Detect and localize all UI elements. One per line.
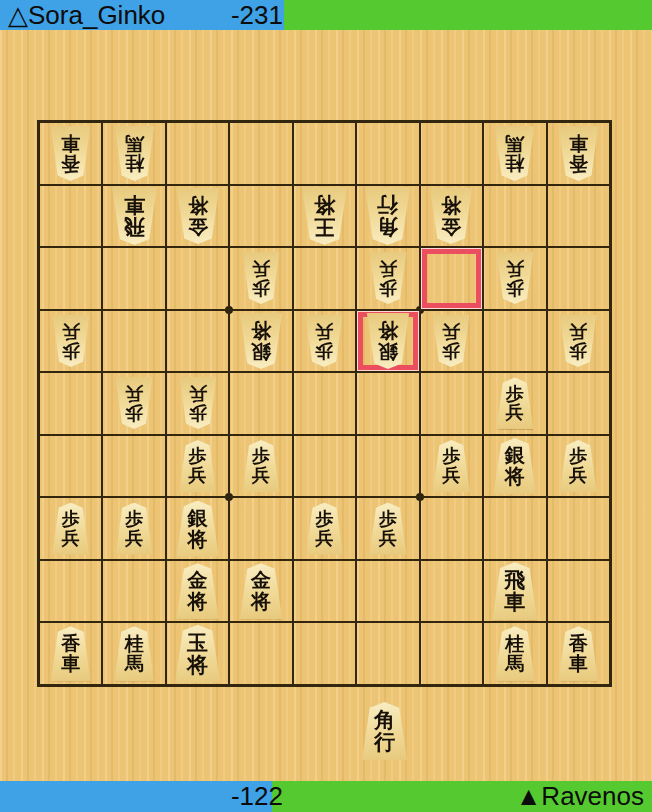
- piece-kanji: 桂: [125, 153, 144, 173]
- board-cell-r7-c2[interactable]: 歩兵: [102, 497, 165, 560]
- piece-kanji: 角: [377, 216, 398, 238]
- piece-kanji: 馬: [125, 654, 144, 674]
- board-cell-r8-c2[interactable]: [102, 560, 165, 623]
- bottom-eval-score: -122: [180, 781, 283, 811]
- board-cell-r3-c8[interactable]: 歩兵: [483, 247, 546, 310]
- piece-kanji: 歩: [315, 341, 333, 360]
- board-cell-r3-c9[interactable]: [547, 247, 610, 310]
- board-cell-r2-c6[interactable]: 角行: [356, 185, 419, 248]
- board-cell-r8-c9[interactable]: [547, 560, 610, 623]
- piece-gote-gold[interactable]: 金将: [175, 188, 221, 244]
- piece-kanji: 兵: [569, 466, 587, 485]
- piece-kanji: 歩: [252, 278, 270, 297]
- piece-gote-lance[interactable]: 香車: [557, 126, 600, 181]
- piece-kanji: 車: [61, 654, 80, 674]
- board-cell-r8-c3[interactable]: 金将: [166, 560, 229, 623]
- piece-kanji: 兵: [252, 466, 270, 485]
- piece-gote-pawn[interactable]: 歩兵: [178, 377, 218, 429]
- piece-kanji: 王: [314, 216, 335, 238]
- piece-kanji: 銀: [378, 341, 398, 362]
- top-player-bar: △Sora_Ginko -231: [0, 0, 652, 30]
- piece-gote-silver[interactable]: 銀将: [365, 313, 411, 369]
- piece-kanji: 歩: [189, 403, 207, 422]
- board-cell-r7-c6[interactable]: 歩兵: [356, 497, 419, 560]
- board-cell-r8-c4[interactable]: 金将: [229, 560, 292, 623]
- board-cell-r4-c2[interactable]: [102, 310, 165, 373]
- piece-kanji: 行: [377, 194, 398, 216]
- piece-gote-pawn[interactable]: 歩兵: [495, 252, 535, 304]
- piece-sente-lance[interactable]: 香車: [557, 626, 600, 681]
- piece-kanji: 歩: [62, 341, 80, 360]
- board-cell-r6-c7[interactable]: 歩兵: [420, 435, 483, 498]
- piece-kanji: 兵: [125, 385, 143, 404]
- bottom-player-bar: -122 ▲Ravenos: [0, 781, 652, 812]
- piece-kanji: 飛: [504, 569, 525, 591]
- piece-kanji: 馬: [125, 133, 144, 153]
- piece-kanji: 歩: [569, 341, 587, 360]
- piece-gote-gold[interactable]: 金将: [428, 188, 474, 244]
- board-cell-r9-c1[interactable]: 香車: [39, 622, 102, 685]
- piece-sente-gold[interactable]: 金将: [175, 563, 221, 619]
- piece-kanji: 将: [505, 466, 525, 487]
- piece-gote-silver[interactable]: 銀将: [238, 313, 284, 369]
- board-cell-r8-c5[interactable]: [293, 560, 356, 623]
- board-cell-r9-c3[interactable]: 玉将: [166, 622, 229, 685]
- piece-kanji: 歩: [506, 278, 524, 297]
- piece-kanji: 将: [314, 194, 335, 216]
- piece-kanji: 歩: [125, 403, 143, 422]
- piece-gote-knight[interactable]: 桂馬: [493, 126, 536, 181]
- piece-sente-pawn[interactable]: 歩兵: [51, 503, 91, 555]
- piece-sente-silver[interactable]: 銀将: [492, 438, 538, 494]
- piece-kanji: 車: [504, 591, 525, 613]
- piece-sente-knight[interactable]: 桂馬: [113, 626, 156, 681]
- board-cell-r3-c4[interactable]: 歩兵: [229, 247, 292, 310]
- board-cell-r9-c8[interactable]: 桂馬: [483, 622, 546, 685]
- piece-kanji: 歩: [379, 278, 397, 297]
- piece-sente-pawn[interactable]: 歩兵: [304, 503, 344, 555]
- board-cell-r1-c7[interactable]: [420, 122, 483, 185]
- piece-sente-king[interactable]: 玉将: [173, 625, 222, 683]
- board-cell-r9-c2[interactable]: 桂馬: [102, 622, 165, 685]
- piece-kanji: 歩: [315, 510, 333, 529]
- board-cell-r7-c9[interactable]: [547, 497, 610, 560]
- board-cell-r3-c5[interactable]: [293, 247, 356, 310]
- piece-kanji: 馬: [505, 133, 524, 153]
- board: 香車桂馬桂馬香車飛車金将王将角行金将歩兵歩兵歩兵歩兵銀将歩兵銀将歩兵歩兵歩兵歩兵…: [37, 120, 612, 687]
- board-cell-r8-c8[interactable]: 飛車: [483, 560, 546, 623]
- board-cell-r2-c4[interactable]: [229, 185, 292, 248]
- piece-kanji: 車: [124, 194, 145, 216]
- board-cell-r2-c7[interactable]: 金将: [420, 185, 483, 248]
- board-cell-r7-c1[interactable]: 歩兵: [39, 497, 102, 560]
- board-cell-r3-c1[interactable]: [39, 247, 102, 310]
- board-cell-r5-c8[interactable]: 歩兵: [483, 372, 546, 435]
- board-cell-r7-c3[interactable]: 銀将: [166, 497, 229, 560]
- board-cell-r5-c4[interactable]: [229, 372, 292, 435]
- board-cell-r1-c2[interactable]: 桂馬: [102, 122, 165, 185]
- piece-kanji: 将: [188, 195, 208, 216]
- piece-kanji: 兵: [315, 529, 333, 548]
- piece-kanji: 兵: [379, 259, 397, 278]
- piece-kanji: 車: [569, 133, 588, 153]
- piece-gote-pawn[interactable]: 歩兵: [431, 315, 471, 367]
- board-cell-r9-c9[interactable]: 香車: [547, 622, 610, 685]
- board-cell-r4-c7[interactable]: 歩兵: [420, 310, 483, 373]
- piece-kanji: 兵: [506, 403, 524, 422]
- piece-kanji: 将: [251, 591, 271, 612]
- piece-kanji: 桂: [505, 153, 524, 173]
- sente-hand-tray: 角行: [360, 702, 409, 760]
- piece-gote-rook[interactable]: 飛車: [110, 187, 159, 245]
- top-eval-bar-green: [284, 0, 652, 30]
- board-cell-r6-c3[interactable]: 歩兵: [166, 435, 229, 498]
- board-cell-r1-c6[interactable]: [356, 122, 419, 185]
- piece-kanji: 桂: [505, 634, 524, 654]
- piece-kanji: 兵: [315, 322, 333, 341]
- piece-sente-pawn[interactable]: 歩兵: [431, 440, 471, 492]
- piece-sente-lance[interactable]: 香車: [49, 626, 92, 681]
- piece-kanji: 飛: [124, 216, 145, 238]
- board-cell-r5-c9[interactable]: [547, 372, 610, 435]
- board-cell-r7-c4[interactable]: [229, 497, 292, 560]
- piece-kanji: 香: [61, 153, 80, 173]
- board-cell-r1-c9[interactable]: 香車: [547, 122, 610, 185]
- piece-kanji: 将: [188, 529, 208, 550]
- board-cell-r4-c4[interactable]: 銀将: [229, 310, 292, 373]
- piece-gote-pawn[interactable]: 歩兵: [241, 252, 281, 304]
- piece-gote-pawn[interactable]: 歩兵: [368, 252, 408, 304]
- piece-kanji: 兵: [62, 322, 80, 341]
- piece-sente-pawn[interactable]: 歩兵: [241, 440, 281, 492]
- board-cell-r1-c3[interactable]: [166, 122, 229, 185]
- board-cell-r6-c9[interactable]: 歩兵: [547, 435, 610, 498]
- board-cell-r5-c5[interactable]: [293, 372, 356, 435]
- board-cell-r2-c5[interactable]: 王将: [293, 185, 356, 248]
- piece-gote-bishop[interactable]: 角行: [363, 187, 412, 245]
- board-cell-r9-c5[interactable]: [293, 622, 356, 685]
- piece-kanji: 兵: [442, 322, 460, 341]
- piece-kanji: 銀: [505, 445, 525, 466]
- top-player-name: △Sora_Ginko: [8, 0, 165, 30]
- piece-kanji: 銀: [251, 341, 271, 362]
- piece-sente-pawn[interactable]: 歩兵: [558, 440, 598, 492]
- last-move-destination-square[interactable]: 銀将: [356, 310, 419, 373]
- board-cell-r5-c2[interactable]: 歩兵: [102, 372, 165, 435]
- board-cell-r3-c2[interactable]: [102, 247, 165, 310]
- piece-gote-pawn[interactable]: 歩兵: [51, 315, 91, 367]
- piece-kanji: 金: [188, 570, 208, 591]
- piece-gote-knight[interactable]: 桂馬: [113, 126, 156, 181]
- top-eval-score: -231: [180, 0, 283, 30]
- board-cell-r5-c7[interactable]: [420, 372, 483, 435]
- board-cell-r1-c4[interactable]: [229, 122, 292, 185]
- piece-kanji: 銀: [188, 508, 208, 529]
- piece-kanji: 玉: [187, 632, 208, 654]
- board-cell-r6-c1[interactable]: [39, 435, 102, 498]
- piece-sente-pawn[interactable]: 歩兵: [114, 503, 154, 555]
- piece-kanji: 香: [61, 634, 80, 654]
- board-cell-r6-c4[interactable]: 歩兵: [229, 435, 292, 498]
- board-cell-r7-c8[interactable]: [483, 497, 546, 560]
- board-cell-r1-c8[interactable]: 桂馬: [483, 122, 546, 185]
- piece-kanji: 金: [188, 216, 208, 237]
- piece-sente-silver[interactable]: 銀将: [175, 501, 221, 557]
- board-cell-r7-c5[interactable]: 歩兵: [293, 497, 356, 560]
- piece-kanji: 金: [441, 216, 461, 237]
- piece-kanji: 兵: [569, 322, 587, 341]
- shogi-app-screen: △Sora_Ginko -231 香車桂馬桂馬香車飛車金将王将角行金将歩兵歩兵歩…: [0, 0, 652, 812]
- bottom-player-name: ▲Ravenos: [516, 781, 644, 811]
- board-cell-r6-c2[interactable]: [102, 435, 165, 498]
- board-cell-r2-c3[interactable]: 金将: [166, 185, 229, 248]
- board-cell-r8-c1[interactable]: [39, 560, 102, 623]
- piece-kanji: 兵: [62, 529, 80, 548]
- piece-sente-knight[interactable]: 桂馬: [493, 626, 536, 681]
- board-cell-r5-c3[interactable]: 歩兵: [166, 372, 229, 435]
- piece-kanji: 車: [61, 133, 80, 153]
- piece-kanji: 兵: [125, 529, 143, 548]
- piece-kanji: 兵: [189, 466, 207, 485]
- piece-kanji: 将: [378, 320, 398, 341]
- board-cell-r6-c8[interactable]: 銀将: [483, 435, 546, 498]
- piece-sente-bishop[interactable]: 角行: [360, 702, 409, 760]
- board-cell-r4-c3[interactable]: [166, 310, 229, 373]
- board-cell-r8-c6[interactable]: [356, 560, 419, 623]
- piece-gote-pawn[interactable]: 歩兵: [558, 315, 598, 367]
- board-cell-r8-c7[interactable]: [420, 560, 483, 623]
- board-cell-r3-c6[interactable]: 歩兵: [356, 247, 419, 310]
- piece-kanji: 将: [251, 320, 271, 341]
- board-cell-r1-c5[interactable]: [293, 122, 356, 185]
- piece-kanji: 馬: [505, 654, 524, 674]
- board-cell-r9-c6[interactable]: [356, 622, 419, 685]
- board-cell-r9-c4[interactable]: [229, 622, 292, 685]
- piece-kanji: 金: [251, 570, 271, 591]
- piece-gote-lance[interactable]: 香車: [49, 126, 92, 181]
- board-cell-r5-c1[interactable]: [39, 372, 102, 435]
- piece-kanji: 歩: [379, 510, 397, 529]
- board-cell-r2-c2[interactable]: 飛車: [102, 185, 165, 248]
- board-cell-r6-c6[interactable]: [356, 435, 419, 498]
- board-cell-r9-c7[interactable]: [420, 622, 483, 685]
- board-cell-r4-c5[interactable]: 歩兵: [293, 310, 356, 373]
- piece-kanji: 車: [569, 654, 588, 674]
- piece-kanji: 歩: [442, 341, 460, 360]
- piece-kanji: 角: [374, 709, 395, 731]
- piece-kanji: 香: [569, 634, 588, 654]
- piece-kanji: 将: [441, 195, 461, 216]
- board-cell-r1-c1[interactable]: 香車: [39, 122, 102, 185]
- piece-gote-pawn[interactable]: 歩兵: [304, 315, 344, 367]
- piece-kanji: 行: [374, 731, 395, 753]
- piece-sente-gold[interactable]: 金将: [238, 563, 284, 619]
- last-move-origin-square[interactable]: [420, 247, 483, 310]
- piece-kanji: 歩: [62, 510, 80, 529]
- board-cell-r4-c1[interactable]: 歩兵: [39, 310, 102, 373]
- piece-gote-king[interactable]: 王将: [300, 187, 349, 245]
- piece-sente-pawn[interactable]: 歩兵: [368, 503, 408, 555]
- piece-gote-pawn[interactable]: 歩兵: [114, 377, 154, 429]
- board-cell-r3-c3[interactable]: [166, 247, 229, 310]
- board-cell-r2-c1[interactable]: [39, 185, 102, 248]
- piece-sente-pawn[interactable]: 歩兵: [178, 440, 218, 492]
- board-cell-r6-c5[interactable]: [293, 435, 356, 498]
- board-cell-r2-c8[interactable]: [483, 185, 546, 248]
- piece-kanji: 兵: [189, 385, 207, 404]
- piece-kanji: 桂: [125, 634, 144, 654]
- board-cell-r4-c9[interactable]: 歩兵: [547, 310, 610, 373]
- board-cell-r4-c8[interactable]: [483, 310, 546, 373]
- board-cell-r7-c7[interactable]: [420, 497, 483, 560]
- piece-kanji: 香: [569, 153, 588, 173]
- board-cell-r2-c9[interactable]: [547, 185, 610, 248]
- piece-kanji: 兵: [506, 259, 524, 278]
- piece-kanji: 兵: [442, 466, 460, 485]
- piece-sente-rook[interactable]: 飛車: [490, 562, 539, 620]
- piece-kanji: 兵: [379, 529, 397, 548]
- piece-kanji: 歩: [125, 510, 143, 529]
- board-cell-r5-c6[interactable]: [356, 372, 419, 435]
- piece-kanji: 兵: [252, 259, 270, 278]
- piece-kanji: 将: [187, 654, 208, 676]
- piece-sente-pawn[interactable]: 歩兵: [495, 377, 535, 429]
- piece-kanji: 将: [188, 591, 208, 612]
